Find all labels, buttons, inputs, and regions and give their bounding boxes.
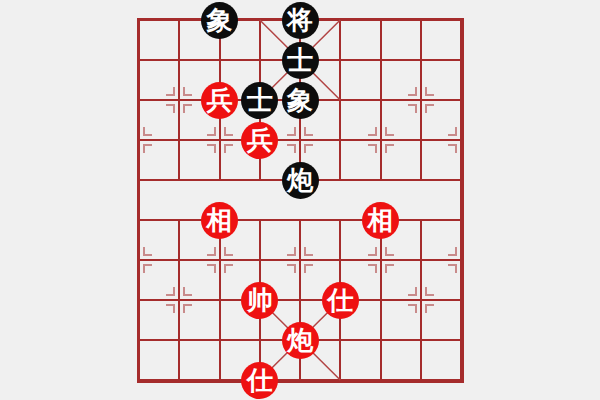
- point-marker: [455, 144, 457, 153]
- piece-red-advisor[interactable]: 仕: [241, 362, 278, 399]
- point-marker: [304, 144, 306, 153]
- point-marker: [415, 304, 417, 313]
- point-marker: [294, 127, 296, 136]
- point-marker: [425, 104, 427, 113]
- point-marker: [183, 87, 185, 96]
- point-marker: [294, 264, 296, 273]
- grid-line: [420, 219, 422, 381]
- point-marker: [375, 127, 377, 136]
- point-marker: [304, 264, 306, 273]
- piece-black-elephant[interactable]: 象: [282, 82, 319, 119]
- point-marker: [214, 127, 216, 136]
- piece-black-elephant[interactable]: 象: [201, 2, 238, 39]
- point-marker: [224, 264, 226, 273]
- piece-red-advisor[interactable]: 仕: [322, 282, 359, 319]
- point-marker: [385, 247, 387, 256]
- point-marker: [415, 104, 417, 113]
- point-marker: [143, 127, 145, 136]
- point-marker: [143, 264, 145, 273]
- point-marker: [294, 247, 296, 256]
- piece-red-pawn[interactable]: 兵: [201, 82, 238, 119]
- point-marker: [173, 104, 175, 113]
- point-marker: [415, 287, 417, 296]
- piece-red-elephant[interactable]: 相: [201, 202, 238, 239]
- point-marker: [455, 264, 457, 273]
- point-marker: [143, 247, 145, 256]
- point-marker: [224, 127, 226, 136]
- grid-line: [138, 19, 140, 381]
- point-marker: [224, 144, 226, 153]
- grid-line: [420, 19, 422, 181]
- piece-black-general[interactable]: 将: [282, 2, 319, 39]
- point-marker: [375, 144, 377, 153]
- point-marker: [425, 87, 427, 96]
- point-marker: [425, 287, 427, 296]
- piece-black-advisor[interactable]: 士: [282, 42, 319, 79]
- point-marker: [173, 87, 175, 96]
- grid-line: [178, 19, 180, 181]
- grid-line: [339, 19, 341, 181]
- point-marker: [304, 247, 306, 256]
- point-marker: [375, 264, 377, 273]
- point-marker: [183, 287, 185, 296]
- point-marker: [224, 247, 226, 256]
- xiangqi-board[interactable]: 象将士兵士象兵炮相相帅仕炮仕: [0, 0, 600, 400]
- point-marker: [214, 264, 216, 273]
- point-marker: [455, 127, 457, 136]
- point-marker: [173, 287, 175, 296]
- point-marker: [455, 247, 457, 256]
- grid-line: [219, 219, 221, 381]
- point-marker: [214, 144, 216, 153]
- point-marker: [183, 304, 185, 313]
- point-marker: [143, 144, 145, 153]
- point-marker: [375, 247, 377, 256]
- piece-red-cannon[interactable]: 炮: [282, 322, 319, 359]
- point-marker: [415, 87, 417, 96]
- grid-line: [380, 19, 382, 181]
- point-marker: [214, 247, 216, 256]
- grid-line: [460, 19, 462, 381]
- grid-line: [380, 219, 382, 381]
- point-marker: [173, 304, 175, 313]
- grid-line: [178, 219, 180, 381]
- piece-red-elephant[interactable]: 相: [362, 202, 399, 239]
- piece-black-advisor[interactable]: 士: [241, 82, 278, 119]
- piece-black-cannon[interactable]: 炮: [282, 162, 319, 199]
- point-marker: [385, 264, 387, 273]
- point-marker: [304, 127, 306, 136]
- piece-red-pawn[interactable]: 兵: [241, 122, 278, 159]
- point-marker: [294, 144, 296, 153]
- point-marker: [385, 144, 387, 153]
- point-marker: [425, 304, 427, 313]
- point-marker: [183, 104, 185, 113]
- piece-red-general[interactable]: 帅: [241, 282, 278, 319]
- point-marker: [385, 127, 387, 136]
